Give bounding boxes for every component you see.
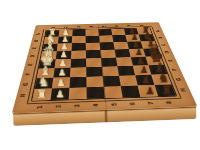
- piece-white-rook[interactable]: ♜: [36, 89, 46, 100]
- square-h8[interactable]: ♜: [155, 84, 176, 96]
- square-d4[interactable]: [86, 50, 101, 58]
- file-label-left-G: G: [23, 82, 30, 85]
- piece-white-pawn[interactable]: ♟: [58, 68, 66, 77]
- rank-label-bottom-1: 1: [37, 105, 44, 109]
- rank-label-bottom-5: 5: [111, 102, 118, 105]
- piece-black-pawn[interactable]: ♟: [142, 75, 151, 85]
- file-label-right-B: B: [158, 36, 164, 38]
- file-label-left-E: E: [28, 63, 34, 65]
- rank-label-top-4: 4: [89, 26, 94, 28]
- file-label-right-E: E: [167, 59, 173, 61]
- piece-white-pawn[interactable]: ♟: [56, 78, 65, 88]
- square-f4[interactable]: [86, 67, 103, 77]
- square-d5[interactable]: [100, 50, 116, 58]
- square-f3[interactable]: [70, 67, 86, 77]
- board-grid: ♜♟♟♜♞♟♟♞♝♟♟♝♛♟♟♛♚♟♟♚♝♟♟♝♞♟♟♞♜♟♟♜: [32, 28, 176, 101]
- file-label-right-D: D: [164, 51, 170, 54]
- board-side-edge: [13, 107, 196, 126]
- rank-label-top-7: 7: [127, 25, 132, 27]
- rank-label-bottom-4: 4: [93, 103, 100, 106]
- rank-label-top-5: 5: [102, 25, 107, 27]
- square-h4[interactable]: [87, 87, 105, 99]
- chess-board-scene: ♜♟♟♜♞♟♟♞♝♟♟♝♛♟♟♛♚♟♟♚♝♟♟♝♞♟♟♞♜♟♟♜ AA11BB2…: [27, 0, 175, 132]
- rank-label-top-8: 8: [139, 24, 144, 26]
- rank-label-top-6: 6: [114, 25, 119, 27]
- piece-white-pawn[interactable]: ♟: [55, 89, 64, 99]
- piece-black-pawn[interactable]: ♟: [145, 86, 154, 96]
- file-label-right-C: C: [161, 43, 167, 45]
- square-g5[interactable]: [103, 76, 121, 87]
- file-label-left-B: B: [34, 40, 40, 42]
- chess-board: ♜♟♟♜♞♟♟♞♝♟♟♝♛♟♟♛♚♟♟♚♝♟♟♝♞♟♟♞♜♟♟♜ AA11BB2…: [12, 22, 198, 113]
- rank-label-bottom-3: 3: [74, 104, 81, 107]
- file-label-left-A: A: [36, 33, 41, 35]
- square-g4[interactable]: [86, 76, 103, 87]
- square-g3[interactable]: [69, 77, 86, 88]
- square-h5[interactable]: [104, 86, 123, 98]
- rank-label-bottom-2: 2: [55, 104, 62, 108]
- file-label-right-F: F: [171, 68, 178, 71]
- rank-label-bottom-6: 6: [129, 102, 136, 105]
- file-label-right-A: A: [155, 30, 160, 32]
- file-label-right-G: G: [175, 77, 182, 80]
- photo-background: ♜♟♟♜♞♟♟♞♝♟♟♝♛♟♟♛♚♟♟♚♝♟♟♝♞♟♟♞♜♟♟♜ AA11BB2…: [0, 0, 200, 150]
- file-label-left-H: H: [20, 93, 27, 97]
- square-h1[interactable]: ♜: [32, 88, 52, 100]
- piece-black-rook[interactable]: ♜: [162, 84, 172, 95]
- rank-label-top-3: 3: [77, 26, 82, 28]
- rank-label-top-2: 2: [64, 26, 69, 28]
- square-h2[interactable]: ♟: [51, 88, 70, 100]
- file-label-left-C: C: [32, 47, 38, 49]
- file-label-left-F: F: [25, 72, 32, 75]
- coordinate-labels: AA11BB22CC33DD44EE55FF66GG77HH88: [36, 22, 159, 25]
- square-h3[interactable]: [69, 87, 87, 99]
- file-label-right-H: H: [179, 88, 187, 92]
- rank-label-bottom-7: 7: [147, 101, 155, 104]
- square-f5[interactable]: [102, 66, 119, 76]
- file-label-left-D: D: [30, 55, 36, 58]
- rank-label-top-1: 1: [51, 27, 56, 29]
- square-g2[interactable]: ♟: [52, 77, 70, 88]
- rank-label-bottom-8: 8: [165, 100, 173, 103]
